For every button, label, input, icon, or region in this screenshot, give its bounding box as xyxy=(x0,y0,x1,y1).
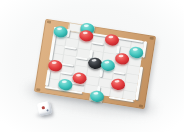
die-pip xyxy=(46,109,48,111)
wall-segment xyxy=(45,69,51,86)
wall-segment xyxy=(91,41,103,45)
wall-segment xyxy=(64,45,76,49)
wall-segment xyxy=(108,96,133,102)
wall-segment xyxy=(112,70,124,74)
wall-segment xyxy=(61,62,73,66)
wall-segment xyxy=(88,49,92,57)
product-photo xyxy=(0,0,184,132)
red-piece[interactable] xyxy=(114,52,130,65)
wall-segment xyxy=(75,56,87,60)
wall-segment xyxy=(99,68,103,76)
wall-segment xyxy=(115,45,119,53)
die-pip xyxy=(42,106,46,110)
wall-segment xyxy=(60,71,72,75)
red-piece[interactable] xyxy=(110,78,126,91)
wall-segment xyxy=(134,66,142,100)
